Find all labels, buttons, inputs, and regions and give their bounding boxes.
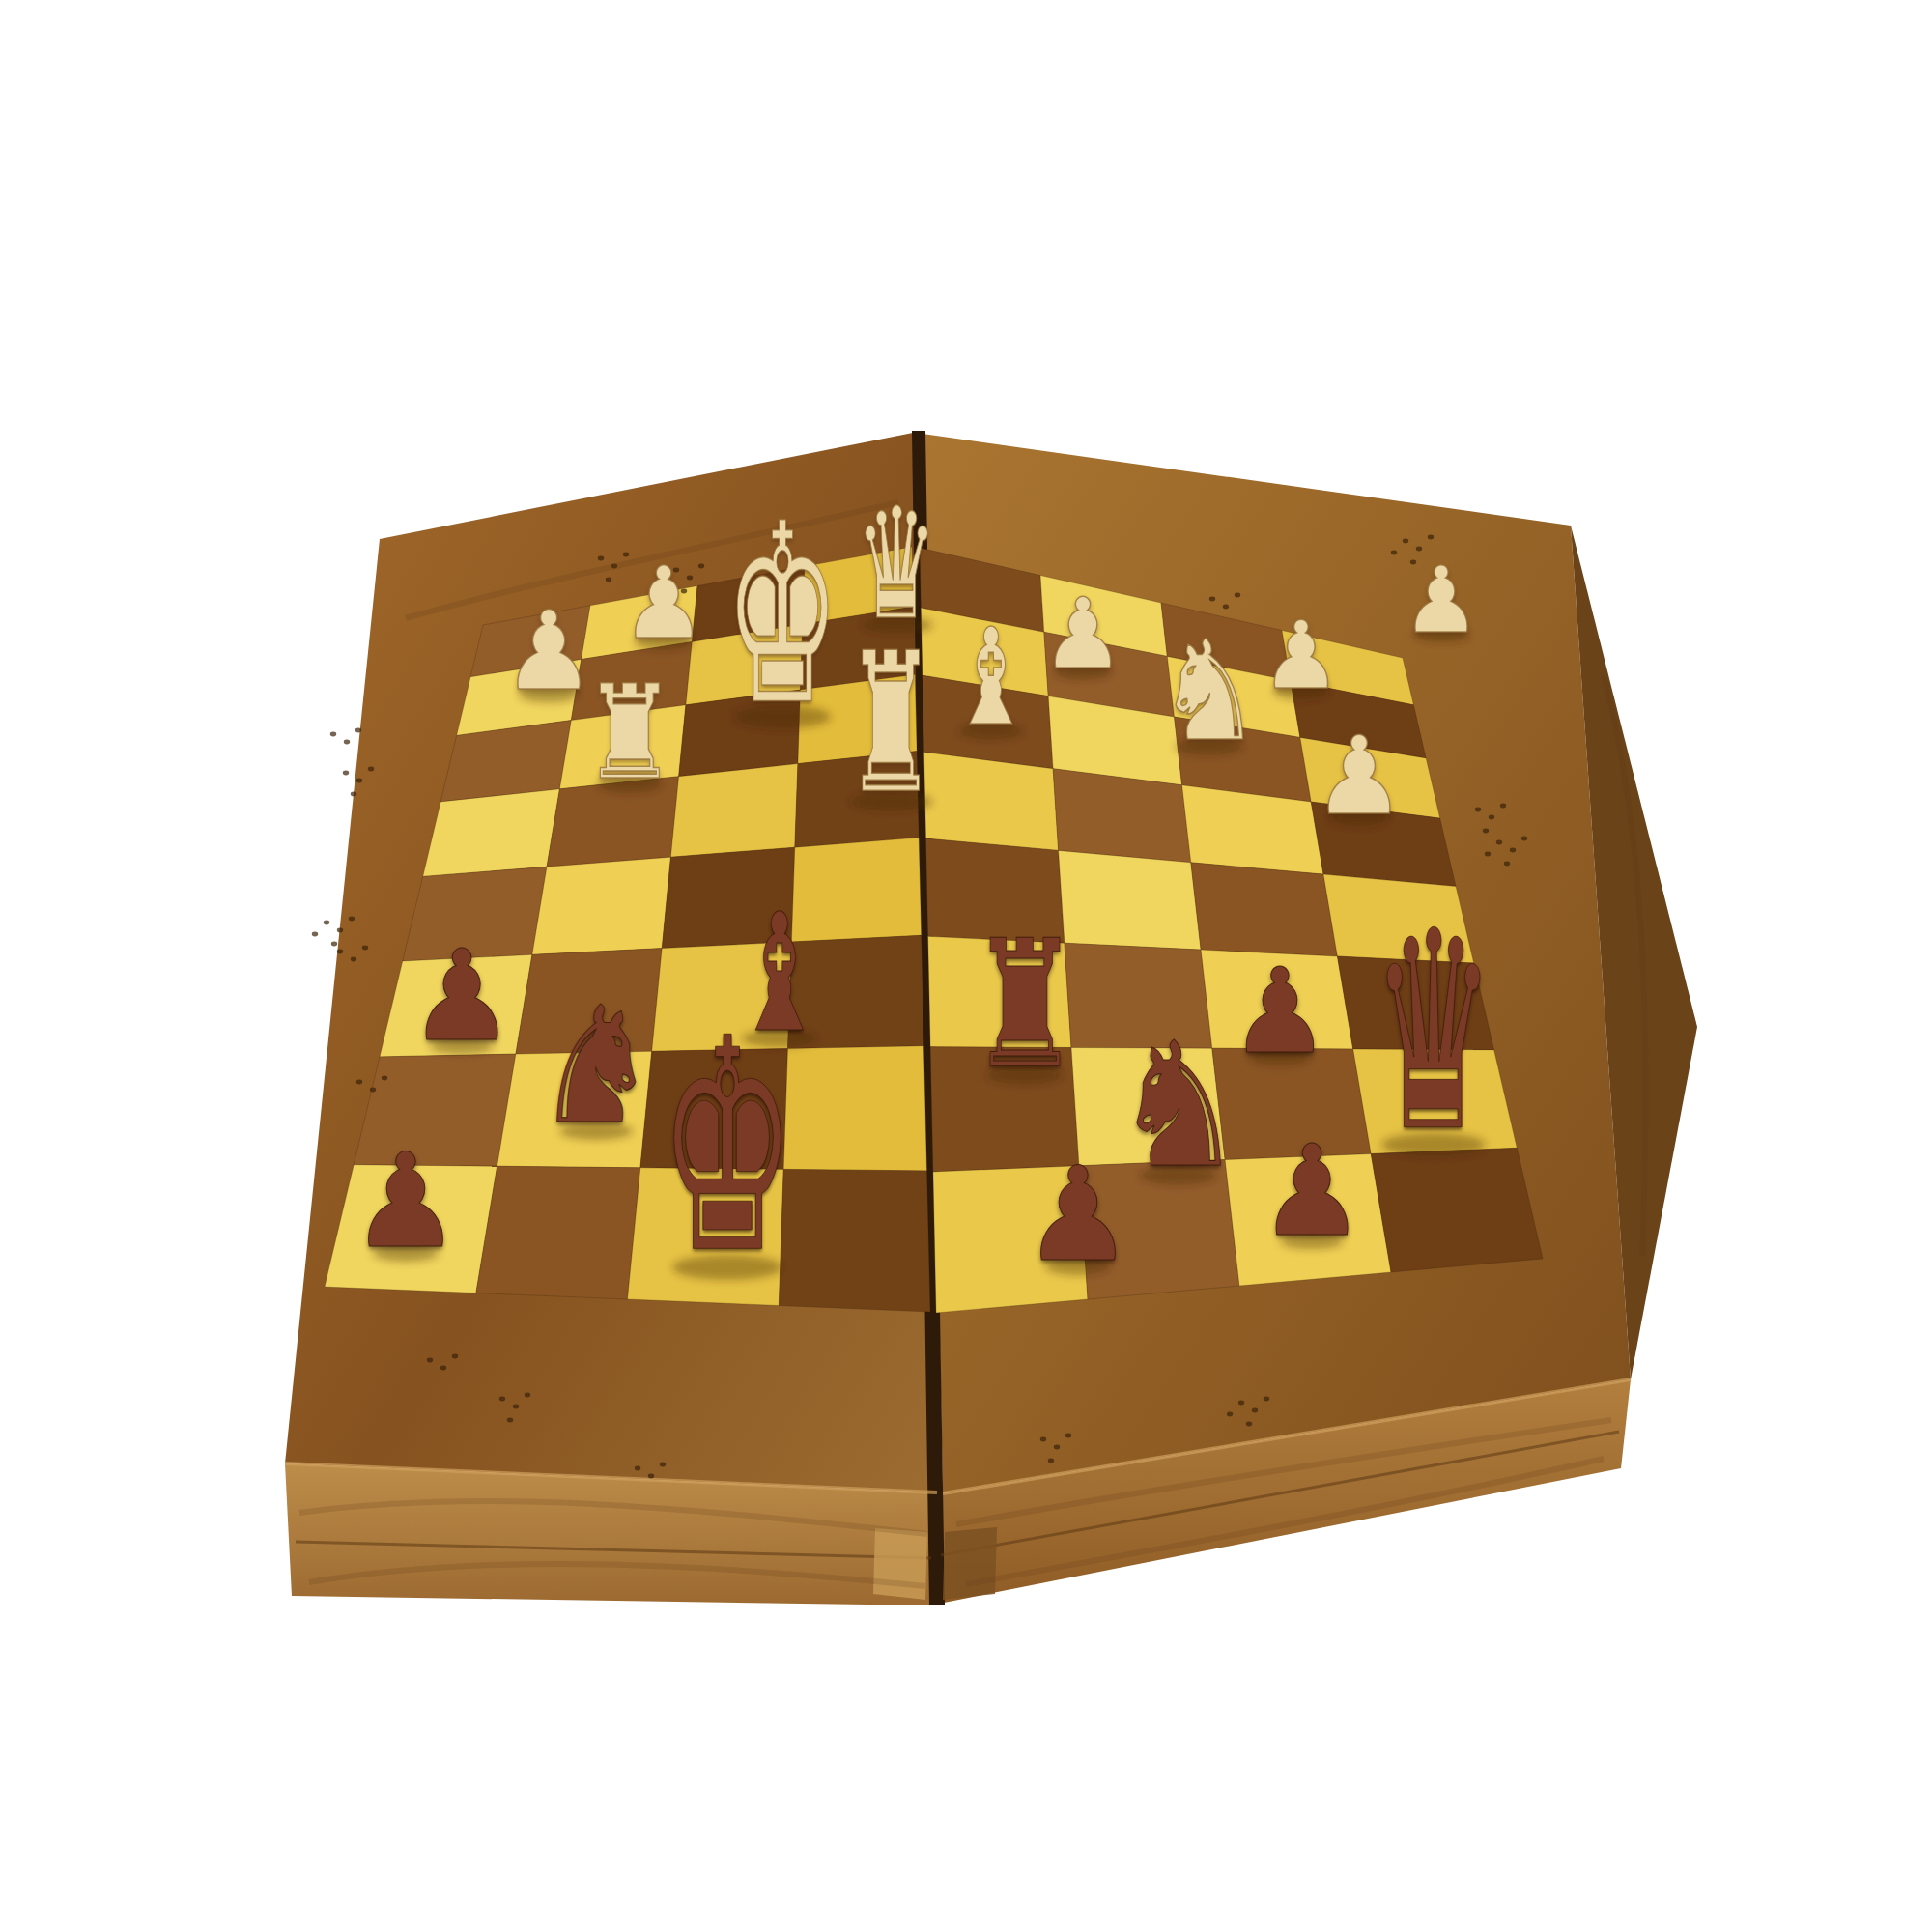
burl-dot xyxy=(1403,539,1408,544)
piece-dark-queen-h7[interactable]: ♛ xyxy=(1372,895,1494,1170)
burl-dot xyxy=(324,921,329,925)
burl-dot xyxy=(355,728,361,733)
burl-dot xyxy=(660,1463,666,1467)
burl-dot xyxy=(356,1080,362,1085)
piece-light-rook-b3[interactable]: ♜ xyxy=(583,668,677,798)
chess-board xyxy=(0,0,1932,1932)
square-a4[interactable] xyxy=(423,789,560,877)
piece-dark-rook-e6[interactable]: ♜ xyxy=(970,917,1080,1093)
burl-dot xyxy=(648,1474,654,1479)
burl-dot xyxy=(1040,1437,1046,1442)
burl-dot xyxy=(312,932,318,937)
burl-dot xyxy=(606,578,611,582)
burl-dot xyxy=(344,740,350,745)
burl-dot xyxy=(343,771,349,776)
burl-dot xyxy=(507,1418,513,1423)
burl-dot xyxy=(1252,1408,1258,1413)
burl-dot xyxy=(1209,597,1215,602)
burl-dot xyxy=(1510,848,1516,853)
burl-dot xyxy=(382,1076,387,1081)
burl-dot xyxy=(1235,593,1240,598)
burl-dot xyxy=(1428,535,1434,540)
product-photo-stage: ♟♟♜♚♛♜♝♟♞♟♟♟♟♞♚♝♜♞♟♟♟♛♟ xyxy=(0,0,1932,1932)
finger-joint-right xyxy=(943,1527,997,1600)
piece-light-pawn-f1[interactable]: ♟ xyxy=(1041,585,1124,683)
square-b5[interactable] xyxy=(532,857,671,954)
piece-dark-pawn-e8[interactable]: ♟ xyxy=(1023,1150,1134,1280)
burl-dot xyxy=(1223,605,1229,610)
burl-dot xyxy=(330,732,336,737)
piece-light-bishop-e3[interactable]: ♝ xyxy=(951,611,1032,745)
burl-dot xyxy=(1246,1422,1252,1427)
piece-dark-pawn-g6[interactable]: ♟ xyxy=(1230,952,1330,1070)
burl-dot xyxy=(452,1354,458,1359)
burl-dot xyxy=(1485,852,1491,857)
piece-dark-pawn-a8[interactable]: ♟ xyxy=(351,1136,462,1266)
burl-dot xyxy=(1500,804,1506,809)
burl-dot xyxy=(1048,1459,1054,1463)
burl-dot xyxy=(1521,837,1527,841)
piece-light-pawn-h1[interactable]: ♟ xyxy=(1262,609,1342,702)
burl-dot xyxy=(1475,808,1481,812)
burl-dot xyxy=(1496,840,1502,845)
piece-light-rook-d3[interactable]: ♜ xyxy=(845,627,935,820)
piece-dark-knight-b7[interactable]: ♞ xyxy=(534,985,657,1147)
burl-dot xyxy=(349,917,355,922)
burl-dot xyxy=(1489,815,1494,820)
piece-light-pawn-h3[interactable]: ♟ xyxy=(1313,722,1405,830)
piece-light-knight-g2[interactable]: ♞ xyxy=(1157,622,1263,760)
burl-dot xyxy=(362,946,368,951)
burl-dot xyxy=(427,1358,433,1363)
burl-dot xyxy=(356,779,362,783)
burl-dot xyxy=(1238,1401,1244,1406)
burl-dot xyxy=(598,556,604,561)
burl-dot xyxy=(1227,1412,1233,1417)
square-e4[interactable] xyxy=(924,753,1059,851)
burl-dot xyxy=(1264,1397,1269,1402)
burl-dot xyxy=(440,1366,446,1371)
burl-dot xyxy=(370,1088,376,1093)
burl-dot xyxy=(337,928,343,933)
burl-dot xyxy=(1065,1434,1071,1438)
square-b8[interactable] xyxy=(476,1166,640,1299)
burl-dot xyxy=(368,767,374,772)
burl-dot xyxy=(1054,1445,1060,1450)
burl-dot xyxy=(1483,829,1489,834)
piece-dark-pawn-g8[interactable]: ♟ xyxy=(1259,1128,1366,1254)
piece-light-pawn-border[interactable]: ♟ xyxy=(1403,554,1481,646)
piece-light-king-c2[interactable]: ♚ xyxy=(724,492,840,740)
burl-dot xyxy=(337,950,343,954)
burl-dot xyxy=(525,1393,530,1398)
burl-dot xyxy=(635,1466,640,1471)
burl-dot xyxy=(1391,551,1397,555)
burl-dot xyxy=(499,1397,505,1402)
finger-joint-left xyxy=(873,1528,927,1600)
burl-dot xyxy=(331,942,337,947)
piece-light-pawn-a2[interactable]: ♟ xyxy=(502,597,595,706)
burl-dot xyxy=(351,957,356,962)
burl-dot xyxy=(1504,862,1510,867)
piece-dark-king-c8[interactable]: ♚ xyxy=(659,1000,796,1293)
square-d8[interactable] xyxy=(779,1169,930,1312)
burl-dot xyxy=(351,792,356,797)
piece-dark-pawn-a6[interactable]: ♟ xyxy=(409,933,516,1059)
piece-light-pawn-b1[interactable]: ♟ xyxy=(621,554,706,653)
burl-dot xyxy=(513,1405,519,1409)
square-c4[interactable] xyxy=(670,764,798,858)
